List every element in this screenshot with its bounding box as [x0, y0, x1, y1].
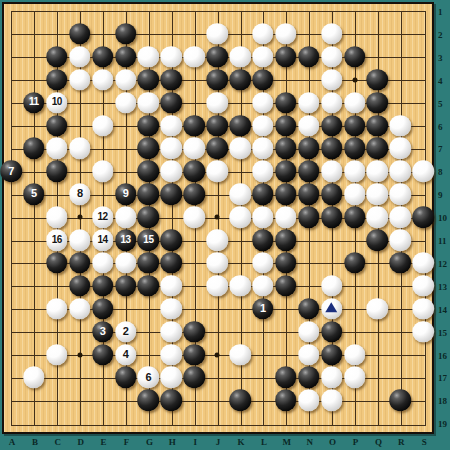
- column-label: C: [55, 437, 62, 447]
- move-number: 6: [146, 372, 152, 383]
- white-stone[interactable]: [229, 275, 251, 297]
- black-stone[interactable]: [321, 344, 343, 366]
- column-label: D: [77, 437, 84, 447]
- white-stone[interactable]: [138, 46, 160, 68]
- white-stone[interactable]: [206, 161, 228, 183]
- column-label: N: [306, 437, 313, 447]
- column-label: I: [193, 437, 197, 447]
- black-stone[interactable]: [229, 390, 251, 412]
- black-stone[interactable]: 3: [92, 321, 114, 343]
- black-stone[interactable]: 7: [0, 161, 22, 183]
- move-number: 13: [120, 235, 130, 245]
- white-stone[interactable]: [252, 115, 274, 137]
- column-label: J: [216, 437, 221, 447]
- black-stone[interactable]: [298, 161, 320, 183]
- white-stone[interactable]: [344, 183, 366, 205]
- white-stone[interactable]: [161, 367, 183, 389]
- move-number: 1: [260, 303, 266, 314]
- white-stone[interactable]: [321, 298, 343, 320]
- black-stone[interactable]: [298, 367, 320, 389]
- black-stone[interactable]: [92, 275, 114, 297]
- move-number: 9: [123, 189, 129, 200]
- row-label: 1: [438, 7, 443, 17]
- row-label: 14: [438, 305, 447, 315]
- go-board[interactable]: 11107589121614131513246: [2, 2, 434, 434]
- black-stone[interactable]: 13: [115, 229, 137, 251]
- white-stone[interactable]: [206, 229, 228, 251]
- white-stone[interactable]: [252, 92, 274, 114]
- black-stone[interactable]: [115, 367, 137, 389]
- black-stone[interactable]: [275, 390, 297, 412]
- column-label: K: [237, 437, 244, 447]
- white-stone[interactable]: [412, 161, 434, 183]
- black-stone[interactable]: [46, 252, 68, 274]
- white-stone[interactable]: [161, 115, 183, 137]
- white-stone[interactable]: 14: [92, 229, 114, 251]
- white-stone[interactable]: [161, 298, 183, 320]
- black-stone[interactable]: 11: [23, 92, 45, 114]
- star-point: [77, 215, 82, 220]
- column-label: Q: [375, 437, 382, 447]
- black-stone[interactable]: [183, 161, 205, 183]
- black-stone[interactable]: [412, 206, 434, 228]
- white-stone[interactable]: [92, 69, 114, 91]
- white-stone[interactable]: [229, 344, 251, 366]
- white-stone[interactable]: [321, 367, 343, 389]
- black-stone[interactable]: [390, 252, 412, 274]
- black-stone[interactable]: [344, 252, 366, 274]
- white-stone[interactable]: [321, 23, 343, 45]
- row-label: 18: [438, 396, 447, 406]
- row-label: 4: [438, 76, 443, 86]
- black-stone[interactable]: [206, 69, 228, 91]
- white-stone[interactable]: [298, 92, 320, 114]
- white-stone[interactable]: [229, 138, 251, 160]
- black-stone[interactable]: [115, 275, 137, 297]
- triangle-marker: [326, 303, 338, 313]
- black-stone[interactable]: [344, 138, 366, 160]
- white-stone[interactable]: [161, 344, 183, 366]
- white-stone[interactable]: [46, 344, 68, 366]
- white-stone[interactable]: [298, 344, 320, 366]
- white-stone[interactable]: [46, 206, 68, 228]
- black-stone[interactable]: [229, 115, 251, 137]
- black-stone[interactable]: [138, 115, 160, 137]
- black-stone[interactable]: [161, 229, 183, 251]
- black-stone[interactable]: [367, 115, 389, 137]
- white-stone[interactable]: [183, 138, 205, 160]
- black-stone[interactable]: [183, 321, 205, 343]
- white-stone[interactable]: [183, 206, 205, 228]
- white-stone[interactable]: [252, 275, 274, 297]
- column-label: P: [353, 437, 359, 447]
- white-stone[interactable]: [206, 92, 228, 114]
- black-stone[interactable]: [344, 46, 366, 68]
- black-stone[interactable]: [275, 367, 297, 389]
- white-stone[interactable]: [92, 115, 114, 137]
- row-label: 7: [438, 144, 443, 154]
- white-stone[interactable]: [321, 390, 343, 412]
- black-stone[interactable]: [298, 46, 320, 68]
- column-label: M: [283, 437, 292, 447]
- move-number: 15: [143, 235, 153, 245]
- black-stone[interactable]: [138, 183, 160, 205]
- white-stone[interactable]: [161, 138, 183, 160]
- white-stone[interactable]: [206, 275, 228, 297]
- white-stone[interactable]: [69, 298, 91, 320]
- black-stone[interactable]: [252, 183, 274, 205]
- white-stone[interactable]: [390, 229, 412, 251]
- white-stone[interactable]: [367, 298, 389, 320]
- column-label: A: [9, 437, 16, 447]
- white-stone[interactable]: [161, 161, 183, 183]
- black-stone[interactable]: [183, 183, 205, 205]
- white-stone[interactable]: [252, 161, 274, 183]
- black-stone[interactable]: [69, 23, 91, 45]
- black-stone[interactable]: [275, 183, 297, 205]
- black-stone[interactable]: [321, 206, 343, 228]
- move-number: 3: [100, 326, 106, 337]
- white-stone[interactable]: [229, 183, 251, 205]
- black-stone[interactable]: [298, 206, 320, 228]
- white-stone[interactable]: [69, 46, 91, 68]
- move-number: 11: [29, 98, 39, 108]
- white-stone[interactable]: [344, 344, 366, 366]
- row-label: 15: [438, 328, 447, 338]
- white-stone[interactable]: [344, 367, 366, 389]
- white-stone[interactable]: [138, 92, 160, 114]
- white-stone[interactable]: [115, 252, 137, 274]
- white-stone[interactable]: [321, 92, 343, 114]
- black-stone[interactable]: [183, 344, 205, 366]
- white-stone[interactable]: [412, 252, 434, 274]
- white-stone[interactable]: [161, 275, 183, 297]
- white-stone[interactable]: [115, 206, 137, 228]
- black-stone[interactable]: 1: [252, 298, 274, 320]
- black-stone[interactable]: [161, 252, 183, 274]
- column-label: E: [101, 437, 107, 447]
- white-stone[interactable]: [390, 161, 412, 183]
- white-stone[interactable]: [206, 252, 228, 274]
- move-number: 5: [31, 189, 37, 200]
- black-stone[interactable]: [183, 115, 205, 137]
- black-stone[interactable]: 9: [115, 183, 137, 205]
- column-label: G: [146, 437, 153, 447]
- white-stone[interactable]: 10: [46, 92, 68, 114]
- row-label: 17: [438, 373, 447, 383]
- black-stone[interactable]: [138, 138, 160, 160]
- black-stone[interactable]: 5: [23, 183, 45, 205]
- black-stone[interactable]: [138, 252, 160, 274]
- white-stone[interactable]: 16: [46, 229, 68, 251]
- black-stone[interactable]: [367, 229, 389, 251]
- black-stone[interactable]: [138, 390, 160, 412]
- black-stone[interactable]: [161, 183, 183, 205]
- black-stone[interactable]: [46, 46, 68, 68]
- black-stone[interactable]: [206, 115, 228, 137]
- star-point: [215, 352, 220, 357]
- go-board-app: 11107589121614131513246 ABCDEFGHIJKLMNOP…: [0, 0, 450, 450]
- white-stone[interactable]: [367, 206, 389, 228]
- row-label: 11: [438, 236, 447, 246]
- move-number: 2: [123, 326, 129, 337]
- white-stone[interactable]: 4: [115, 344, 137, 366]
- black-stone[interactable]: [92, 344, 114, 366]
- row-label: 10: [438, 213, 447, 223]
- black-stone[interactable]: [275, 138, 297, 160]
- row-label: 3: [438, 53, 443, 63]
- white-stone[interactable]: [390, 138, 412, 160]
- black-stone[interactable]: [229, 69, 251, 91]
- black-stone[interactable]: [138, 206, 160, 228]
- white-stone[interactable]: [275, 206, 297, 228]
- column-label: O: [329, 437, 336, 447]
- black-stone[interactable]: [367, 92, 389, 114]
- white-stone[interactable]: [92, 161, 114, 183]
- column-label: B: [32, 437, 38, 447]
- black-stone[interactable]: [275, 161, 297, 183]
- black-stone[interactable]: [183, 367, 205, 389]
- black-stone[interactable]: [298, 298, 320, 320]
- move-number: 7: [8, 166, 14, 177]
- white-stone[interactable]: [161, 46, 183, 68]
- black-stone[interactable]: [275, 252, 297, 274]
- white-stone[interactable]: [161, 321, 183, 343]
- row-label: 9: [438, 190, 443, 200]
- white-stone[interactable]: [367, 183, 389, 205]
- black-stone[interactable]: [298, 138, 320, 160]
- white-stone[interactable]: [69, 138, 91, 160]
- white-stone[interactable]: [69, 69, 91, 91]
- move-number: 10: [52, 98, 62, 108]
- black-stone[interactable]: [69, 252, 91, 274]
- white-stone[interactable]: [252, 252, 274, 274]
- row-label: 2: [438, 30, 443, 40]
- black-stone[interactable]: [298, 183, 320, 205]
- black-stone[interactable]: [92, 46, 114, 68]
- white-stone[interactable]: 12: [92, 206, 114, 228]
- row-label: 13: [438, 282, 447, 292]
- black-stone[interactable]: [115, 23, 137, 45]
- black-stone[interactable]: [367, 69, 389, 91]
- white-stone[interactable]: [92, 252, 114, 274]
- black-stone[interactable]: 15: [138, 229, 160, 251]
- white-stone[interactable]: [115, 92, 137, 114]
- column-label: L: [261, 437, 267, 447]
- white-stone[interactable]: [344, 92, 366, 114]
- black-stone[interactable]: [252, 229, 274, 251]
- black-stone[interactable]: [115, 46, 137, 68]
- black-stone[interactable]: [344, 206, 366, 228]
- white-stone[interactable]: [46, 138, 68, 160]
- black-stone[interactable]: [321, 115, 343, 137]
- white-stone[interactable]: [298, 115, 320, 137]
- white-stone[interactable]: [412, 321, 434, 343]
- star-point: [215, 215, 220, 220]
- black-stone[interactable]: [23, 138, 45, 160]
- column-label: S: [422, 437, 427, 447]
- white-stone[interactable]: [321, 69, 343, 91]
- black-stone[interactable]: [275, 46, 297, 68]
- black-stone[interactable]: [161, 92, 183, 114]
- white-stone[interactable]: [321, 46, 343, 68]
- white-stone[interactable]: [206, 23, 228, 45]
- star-point: [77, 352, 82, 357]
- white-stone[interactable]: [252, 138, 274, 160]
- move-number: 16: [52, 235, 62, 245]
- black-stone[interactable]: [275, 229, 297, 251]
- white-stone[interactable]: 8: [69, 183, 91, 205]
- white-stone[interactable]: [321, 161, 343, 183]
- black-stone[interactable]: [161, 390, 183, 412]
- black-stone[interactable]: [367, 138, 389, 160]
- black-stone[interactable]: [321, 138, 343, 160]
- black-stone[interactable]: [275, 275, 297, 297]
- white-stone[interactable]: 6: [138, 367, 160, 389]
- white-stone[interactable]: [275, 23, 297, 45]
- black-stone[interactable]: [69, 275, 91, 297]
- white-stone[interactable]: [412, 298, 434, 320]
- white-stone[interactable]: [183, 46, 205, 68]
- black-stone[interactable]: [321, 183, 343, 205]
- black-stone[interactable]: [138, 275, 160, 297]
- move-number: 8: [77, 189, 83, 200]
- black-stone[interactable]: [138, 69, 160, 91]
- black-stone[interactable]: [390, 390, 412, 412]
- column-label: F: [124, 437, 130, 447]
- black-stone[interactable]: [46, 69, 68, 91]
- white-stone[interactable]: [344, 161, 366, 183]
- white-stone[interactable]: [321, 275, 343, 297]
- column-label: H: [169, 437, 176, 447]
- black-stone[interactable]: [161, 69, 183, 91]
- row-label: 6: [438, 122, 443, 132]
- white-stone[interactable]: [390, 183, 412, 205]
- row-label: 16: [438, 351, 447, 361]
- white-stone[interactable]: [115, 69, 137, 91]
- row-label: 5: [438, 99, 443, 109]
- row-label: 12: [438, 259, 447, 269]
- white-stone[interactable]: [252, 23, 274, 45]
- white-stone[interactable]: [229, 46, 251, 68]
- white-stone[interactable]: [23, 367, 45, 389]
- row-label: 19: [438, 419, 447, 429]
- white-stone[interactable]: 2: [115, 321, 137, 343]
- black-stone[interactable]: [46, 161, 68, 183]
- white-stone[interactable]: [252, 206, 274, 228]
- white-stone[interactable]: [229, 206, 251, 228]
- white-stone[interactable]: [298, 321, 320, 343]
- black-stone[interactable]: [206, 138, 228, 160]
- black-stone[interactable]: [206, 46, 228, 68]
- black-stone[interactable]: [46, 115, 68, 137]
- black-stone[interactable]: [92, 298, 114, 320]
- move-number: 14: [98, 235, 108, 245]
- black-stone[interactable]: [275, 92, 297, 114]
- white-stone[interactable]: [252, 46, 274, 68]
- black-stone[interactable]: [275, 115, 297, 137]
- black-stone[interactable]: [252, 69, 274, 91]
- white-stone[interactable]: [367, 161, 389, 183]
- black-stone[interactable]: [344, 115, 366, 137]
- white-stone[interactable]: [390, 206, 412, 228]
- black-stone[interactable]: [138, 161, 160, 183]
- column-label: R: [398, 437, 405, 447]
- white-stone[interactable]: [46, 298, 68, 320]
- move-number: 12: [98, 212, 108, 222]
- white-stone[interactable]: [390, 115, 412, 137]
- white-stone[interactable]: [298, 390, 320, 412]
- white-stone[interactable]: [412, 275, 434, 297]
- black-stone[interactable]: [321, 321, 343, 343]
- row-label: 8: [438, 167, 443, 177]
- white-stone[interactable]: [69, 229, 91, 251]
- star-point: [352, 77, 357, 82]
- move-number: 4: [123, 349, 129, 360]
